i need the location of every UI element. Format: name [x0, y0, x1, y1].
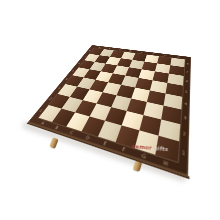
coordinate-label: 2	[180, 125, 189, 143]
coordinate-label: 5	[183, 86, 190, 97]
coordinate-label: 8	[185, 60, 191, 68]
coordinate-label: 3	[181, 110, 189, 125]
hinge-knob-left	[49, 137, 58, 149]
coordinate-label: 7	[184, 68, 190, 77]
coordinate-label: 4	[182, 97, 190, 110]
watermark-text-secondary: gifts	[153, 145, 169, 152]
chessboard-product-photo[interactable]: ABCDEFGH ABCDEFGH 87654321 87654321 samo…	[0, 0, 220, 220]
coordinate-label: 1	[178, 142, 188, 163]
coordinate-label: 6	[183, 76, 190, 86]
